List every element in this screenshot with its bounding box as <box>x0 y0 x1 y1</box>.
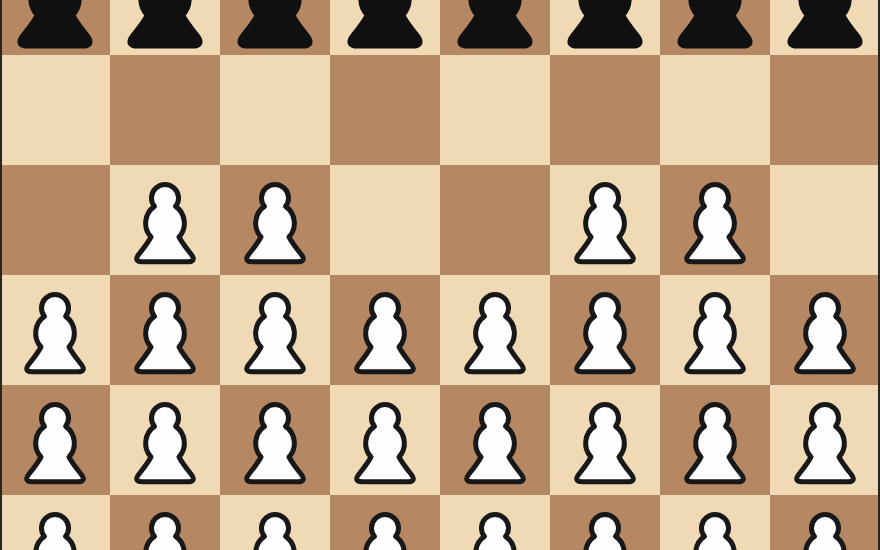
white-pawn-icon <box>110 275 220 385</box>
white-pawn[interactable] <box>220 495 330 550</box>
white-pawn[interactable] <box>440 275 550 385</box>
square-c2[interactable] <box>220 495 330 550</box>
square-a5[interactable] <box>0 165 110 275</box>
white-pawn[interactable] <box>330 275 440 385</box>
black-pawn[interactable] <box>770 0 880 55</box>
white-pawn-icon <box>770 385 880 495</box>
black-pawn-icon <box>770 0 880 55</box>
white-pawn-icon <box>660 165 770 275</box>
white-pawn[interactable] <box>110 385 220 495</box>
white-pawn-icon <box>660 275 770 385</box>
white-pawn-icon <box>660 495 770 550</box>
white-pawn-icon <box>770 275 880 385</box>
square-f4[interactable] <box>550 275 660 385</box>
square-a3[interactable] <box>0 385 110 495</box>
square-b7[interactable] <box>110 0 220 55</box>
square-h3[interactable] <box>770 385 880 495</box>
black-pawn-icon <box>220 0 330 55</box>
white-pawn[interactable] <box>550 385 660 495</box>
square-e6[interactable] <box>440 55 550 165</box>
square-a7[interactable] <box>0 0 110 55</box>
white-pawn-icon <box>550 165 660 275</box>
white-pawn-icon <box>110 495 220 550</box>
white-pawn[interactable] <box>440 495 550 550</box>
white-pawn-icon <box>330 385 440 495</box>
square-e3[interactable] <box>440 385 550 495</box>
square-b4[interactable] <box>110 275 220 385</box>
white-pawn-icon <box>550 385 660 495</box>
white-pawn[interactable] <box>550 495 660 550</box>
white-pawn-icon <box>440 275 550 385</box>
white-pawn-icon <box>0 385 110 495</box>
white-pawn[interactable] <box>550 165 660 275</box>
square-e7[interactable] <box>440 0 550 55</box>
square-d7[interactable] <box>330 0 440 55</box>
square-h4[interactable] <box>770 275 880 385</box>
white-pawn[interactable] <box>110 275 220 385</box>
square-b5[interactable] <box>110 165 220 275</box>
square-g5[interactable] <box>660 165 770 275</box>
square-g3[interactable] <box>660 385 770 495</box>
black-pawn[interactable] <box>220 0 330 55</box>
square-b6[interactable] <box>110 55 220 165</box>
square-f2[interactable] <box>550 495 660 550</box>
square-c7[interactable] <box>220 0 330 55</box>
white-pawn[interactable] <box>660 275 770 385</box>
white-pawn[interactable] <box>110 495 220 550</box>
black-pawn-icon <box>660 0 770 55</box>
white-pawn-icon <box>110 165 220 275</box>
square-e4[interactable] <box>440 275 550 385</box>
white-pawn[interactable] <box>0 385 110 495</box>
black-pawn-icon <box>440 0 550 55</box>
white-pawn[interactable] <box>770 275 880 385</box>
white-pawn-icon <box>770 495 880 550</box>
white-pawn[interactable] <box>0 275 110 385</box>
square-g6[interactable] <box>660 55 770 165</box>
square-c4[interactable] <box>220 275 330 385</box>
white-pawn[interactable] <box>220 165 330 275</box>
white-pawn[interactable] <box>440 385 550 495</box>
white-pawn-icon <box>110 385 220 495</box>
square-d2[interactable] <box>330 495 440 550</box>
white-pawn-icon <box>330 275 440 385</box>
square-d3[interactable] <box>330 385 440 495</box>
square-d5[interactable] <box>330 165 440 275</box>
square-g4[interactable] <box>660 275 770 385</box>
black-pawn[interactable] <box>660 0 770 55</box>
square-c6[interactable] <box>220 55 330 165</box>
square-f5[interactable] <box>550 165 660 275</box>
square-d4[interactable] <box>330 275 440 385</box>
white-pawn-icon <box>440 495 550 550</box>
square-h6[interactable] <box>770 55 880 165</box>
white-pawn-icon <box>220 165 330 275</box>
square-f3[interactable] <box>550 385 660 495</box>
white-pawn[interactable] <box>550 275 660 385</box>
square-g7[interactable] <box>660 0 770 55</box>
white-pawn[interactable] <box>330 385 440 495</box>
white-pawn-icon <box>220 495 330 550</box>
black-pawn-icon <box>110 0 220 55</box>
white-pawn[interactable] <box>770 495 880 550</box>
black-pawn-icon <box>0 0 110 55</box>
white-pawn[interactable] <box>770 385 880 495</box>
white-pawn[interactable] <box>110 165 220 275</box>
square-h7[interactable] <box>770 0 880 55</box>
white-pawn[interactable] <box>660 165 770 275</box>
white-pawn-icon <box>550 495 660 550</box>
black-pawn[interactable] <box>440 0 550 55</box>
black-pawn-icon <box>330 0 440 55</box>
square-c3[interactable] <box>220 385 330 495</box>
white-pawn-icon <box>220 385 330 495</box>
square-a4[interactable] <box>0 275 110 385</box>
board-left-edge <box>0 0 2 550</box>
square-b2[interactable] <box>110 495 220 550</box>
white-pawn[interactable] <box>660 385 770 495</box>
white-pawn[interactable] <box>330 495 440 550</box>
chess-board[interactable] <box>0 0 880 550</box>
square-a6[interactable] <box>0 55 110 165</box>
white-pawn-icon <box>660 385 770 495</box>
square-e5[interactable] <box>440 165 550 275</box>
white-pawn[interactable] <box>220 385 330 495</box>
square-c5[interactable] <box>220 165 330 275</box>
square-b3[interactable] <box>110 385 220 495</box>
square-f6[interactable] <box>550 55 660 165</box>
black-pawn[interactable] <box>330 0 440 55</box>
white-pawn-icon <box>330 495 440 550</box>
square-d6[interactable] <box>330 55 440 165</box>
square-h5[interactable] <box>770 165 880 275</box>
white-pawn[interactable] <box>0 495 110 550</box>
white-pawn-icon <box>220 275 330 385</box>
white-pawn-icon <box>0 275 110 385</box>
square-g2[interactable] <box>660 495 770 550</box>
square-h2[interactable] <box>770 495 880 550</box>
white-pawn-icon <box>440 385 550 495</box>
white-pawn[interactable] <box>220 275 330 385</box>
white-pawn-icon <box>550 275 660 385</box>
square-e2[interactable] <box>440 495 550 550</box>
square-f7[interactable] <box>550 0 660 55</box>
white-pawn[interactable] <box>660 495 770 550</box>
black-pawn[interactable] <box>0 0 110 55</box>
black-pawn-icon <box>550 0 660 55</box>
square-a2[interactable] <box>0 495 110 550</box>
black-pawn[interactable] <box>110 0 220 55</box>
white-pawn-icon <box>0 495 110 550</box>
black-pawn[interactable] <box>550 0 660 55</box>
board-viewport <box>0 0 880 550</box>
